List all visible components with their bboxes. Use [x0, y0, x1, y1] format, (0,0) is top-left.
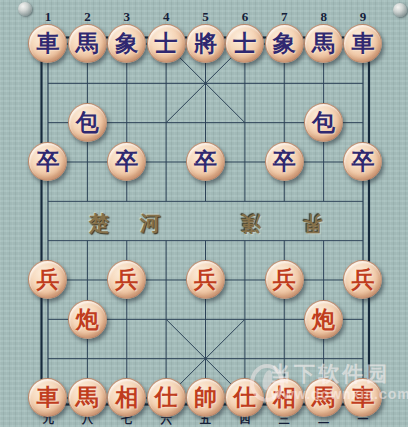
piece-glyph: 象: [115, 25, 138, 62]
piece-glyph: 士: [155, 25, 178, 62]
piece-black-general[interactable]: 將: [186, 24, 225, 63]
piece-glyph: 馬: [312, 25, 335, 62]
piece-black-chariot[interactable]: 車: [28, 24, 67, 63]
file-label-top-5: 5: [194, 9, 218, 25]
file-label-top-9: 9: [351, 9, 375, 25]
piece-glyph: 兵: [194, 261, 217, 298]
piece-red-cannon[interactable]: 炮: [68, 300, 107, 339]
file-label-top-3: 3: [115, 9, 139, 25]
piece-glyph: 帥: [194, 379, 217, 416]
piece-black-soldier[interactable]: 卒: [107, 142, 146, 181]
piece-black-soldier[interactable]: 卒: [265, 142, 304, 181]
piece-black-cannon[interactable]: 包: [68, 103, 107, 142]
piece-black-chariot[interactable]: 車: [343, 24, 382, 63]
piece-red-elephant[interactable]: 相: [265, 378, 304, 417]
piece-red-horse[interactable]: 馬: [304, 378, 343, 417]
piece-glyph: 象: [273, 25, 296, 62]
piece-black-elephant[interactable]: 象: [265, 24, 304, 63]
piece-red-soldier[interactable]: 兵: [28, 260, 67, 299]
piece-glyph: 卒: [36, 143, 59, 180]
file-label-top-6: 6: [233, 9, 257, 25]
piece-red-soldier[interactable]: 兵: [107, 260, 146, 299]
file-label-top-4: 4: [154, 9, 178, 25]
piece-glyph: 兵: [36, 261, 59, 298]
piece-red-horse[interactable]: 馬: [68, 378, 107, 417]
piece-glyph: 包: [76, 104, 99, 141]
piece-red-advisor[interactable]: 仕: [147, 378, 186, 417]
piece-glyph: 卒: [115, 143, 138, 180]
piece-black-cannon[interactable]: 包: [304, 103, 343, 142]
piece-glyph: 包: [312, 104, 335, 141]
piece-red-advisor[interactable]: 仕: [225, 378, 264, 417]
piece-black-advisor[interactable]: 士: [225, 24, 264, 63]
piece-glyph: 炮: [76, 301, 99, 338]
piece-red-chariot[interactable]: 車: [343, 378, 382, 417]
piece-glyph: 卒: [351, 143, 374, 180]
piece-black-advisor[interactable]: 士: [147, 24, 186, 63]
piece-red-cannon[interactable]: 炮: [304, 300, 343, 339]
piece-glyph: 馬: [76, 25, 99, 62]
piece-glyph: 士: [233, 25, 256, 62]
board-grid[interactable]: 車馬象士將士象馬車包包卒卒卒卒卒兵兵兵兵兵炮炮車馬相仕帥仕相馬車: [28, 24, 382, 417]
piece-red-chariot[interactable]: 車: [28, 378, 67, 417]
file-label-top-8: 8: [312, 9, 336, 25]
piece-red-soldier[interactable]: 兵: [186, 260, 225, 299]
file-label-top-7: 7: [272, 9, 296, 25]
piece-black-horse[interactable]: 馬: [304, 24, 343, 63]
xiangqi-board-window: 123456789九八七六五四三二一 楚河漢界 車馬象士將士象馬車包包卒卒卒卒卒…: [0, 0, 408, 427]
piece-red-general[interactable]: 帥: [186, 378, 225, 417]
piece-red-soldier[interactable]: 兵: [265, 260, 304, 299]
piece-glyph: 車: [351, 25, 374, 62]
piece-black-elephant[interactable]: 象: [107, 24, 146, 63]
piece-glyph: 卒: [273, 143, 296, 180]
piece-glyph: 兵: [273, 261, 296, 298]
piece-glyph: 馬: [312, 379, 335, 416]
file-label-top-2: 2: [75, 9, 99, 25]
piece-glyph: 車: [351, 379, 374, 416]
piece-red-soldier[interactable]: 兵: [343, 260, 382, 299]
piece-glyph: 相: [115, 379, 138, 416]
piece-black-soldier[interactable]: 卒: [28, 142, 67, 181]
piece-black-soldier[interactable]: 卒: [343, 142, 382, 181]
piece-black-horse[interactable]: 馬: [68, 24, 107, 63]
piece-glyph: 兵: [351, 261, 374, 298]
piece-glyph: 馬: [76, 379, 99, 416]
piece-red-elephant[interactable]: 相: [107, 378, 146, 417]
piece-glyph: 車: [36, 25, 59, 62]
piece-glyph: 將: [194, 25, 217, 62]
piece-glyph: 炮: [312, 301, 335, 338]
piece-black-soldier[interactable]: 卒: [186, 142, 225, 181]
piece-glyph: 相: [273, 379, 296, 416]
piece-glyph: 車: [36, 379, 59, 416]
file-label-top-1: 1: [36, 9, 60, 25]
piece-glyph: 仕: [233, 379, 256, 416]
piece-glyph: 兵: [115, 261, 138, 298]
piece-glyph: 卒: [194, 143, 217, 180]
piece-glyph: 仕: [155, 379, 178, 416]
